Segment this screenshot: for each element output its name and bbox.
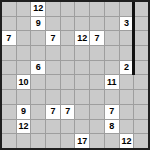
cell[interactable]: [61, 46, 75, 60]
cell[interactable]: [105, 17, 119, 31]
cell[interactable]: [2, 120, 16, 134]
cell[interactable]: [31, 105, 45, 119]
cell[interactable]: [75, 120, 89, 134]
cell[interactable]: [105, 90, 119, 104]
cell[interactable]: [75, 17, 89, 31]
clue-cell[interactable]: 12: [120, 134, 134, 148]
cell[interactable]: [90, 134, 104, 148]
cell[interactable]: [134, 75, 148, 89]
clue-cell[interactable]: 7: [2, 31, 16, 45]
cell[interactable]: [46, 120, 60, 134]
clue-cell[interactable]: 11: [105, 75, 119, 89]
clue-cell[interactable]: 7: [46, 31, 60, 45]
cell[interactable]: [105, 134, 119, 148]
cell[interactable]: [31, 31, 45, 45]
cell[interactable]: [75, 105, 89, 119]
cell[interactable]: [31, 90, 45, 104]
cell[interactable]: [134, 61, 148, 75]
board: 12937712762101197771281712: [0, 0, 150, 150]
cell[interactable]: [90, 61, 104, 75]
cell[interactable]: [90, 75, 104, 89]
cell[interactable]: [134, 46, 148, 60]
clue-cell[interactable]: 7: [90, 31, 104, 45]
cell[interactable]: [75, 2, 89, 16]
cell[interactable]: [61, 17, 75, 31]
cell[interactable]: [61, 75, 75, 89]
clue-cell[interactable]: 7: [61, 105, 75, 119]
clue-cell[interactable]: 7: [105, 105, 119, 119]
cell[interactable]: [90, 46, 104, 60]
cell[interactable]: [90, 120, 104, 134]
cell[interactable]: [46, 61, 60, 75]
cell[interactable]: [75, 90, 89, 104]
clue-cell[interactable]: 7: [46, 105, 60, 119]
cell[interactable]: [31, 134, 45, 148]
clue-cell[interactable]: 12: [17, 120, 31, 134]
cell[interactable]: [17, 134, 31, 148]
cell[interactable]: [46, 46, 60, 60]
clue-cell[interactable]: 17: [75, 134, 89, 148]
cell[interactable]: [105, 46, 119, 60]
clue-cell[interactable]: 9: [17, 105, 31, 119]
cell[interactable]: [120, 75, 134, 89]
cell[interactable]: [90, 17, 104, 31]
cell[interactable]: [134, 90, 148, 104]
cell[interactable]: [2, 105, 16, 119]
cell[interactable]: [105, 61, 119, 75]
cell[interactable]: [105, 2, 119, 16]
cell[interactable]: [134, 2, 148, 16]
clue-cell[interactable]: 10: [17, 75, 31, 89]
cell[interactable]: [120, 90, 134, 104]
clue-cell[interactable]: 12: [31, 2, 45, 16]
clue-cell[interactable]: 6: [31, 61, 45, 75]
cell[interactable]: [134, 134, 148, 148]
cell[interactable]: [134, 31, 148, 45]
cell[interactable]: [120, 120, 134, 134]
cell[interactable]: [75, 75, 89, 89]
cell[interactable]: [46, 134, 60, 148]
cell[interactable]: [2, 134, 16, 148]
cell[interactable]: [61, 2, 75, 16]
cell[interactable]: [134, 105, 148, 119]
cell[interactable]: [61, 134, 75, 148]
cell[interactable]: [17, 2, 31, 16]
cell[interactable]: [75, 61, 89, 75]
cell[interactable]: [17, 31, 31, 45]
cell[interactable]: [61, 120, 75, 134]
cell[interactable]: [90, 90, 104, 104]
cell[interactable]: [61, 90, 75, 104]
cell[interactable]: [31, 75, 45, 89]
cell[interactable]: [46, 2, 60, 16]
clue-cell[interactable]: 8: [105, 120, 119, 134]
cell[interactable]: [134, 120, 148, 134]
cell[interactable]: [61, 31, 75, 45]
cell[interactable]: [90, 2, 104, 16]
cell[interactable]: [2, 75, 16, 89]
cell[interactable]: [46, 75, 60, 89]
clue-cell[interactable]: 12: [75, 31, 89, 45]
cell[interactable]: [105, 31, 119, 45]
cell[interactable]: [75, 46, 89, 60]
cell[interactable]: [17, 17, 31, 31]
cell[interactable]: [134, 17, 148, 31]
cell[interactable]: [2, 61, 16, 75]
cell[interactable]: [2, 46, 16, 60]
cell[interactable]: [2, 17, 16, 31]
cell[interactable]: [17, 46, 31, 60]
cell[interactable]: [61, 61, 75, 75]
cell[interactable]: [120, 105, 134, 119]
cell[interactable]: [17, 90, 31, 104]
cell[interactable]: [90, 105, 104, 119]
cell[interactable]: [17, 61, 31, 75]
clue-cell[interactable]: 9: [31, 17, 45, 31]
cell[interactable]: [31, 120, 45, 134]
cell[interactable]: [2, 90, 16, 104]
drawn-rectangle-edge: [132, 2, 135, 75]
cell[interactable]: [31, 46, 45, 60]
cell[interactable]: [46, 90, 60, 104]
cell[interactable]: [2, 2, 16, 16]
cell[interactable]: [46, 17, 60, 31]
